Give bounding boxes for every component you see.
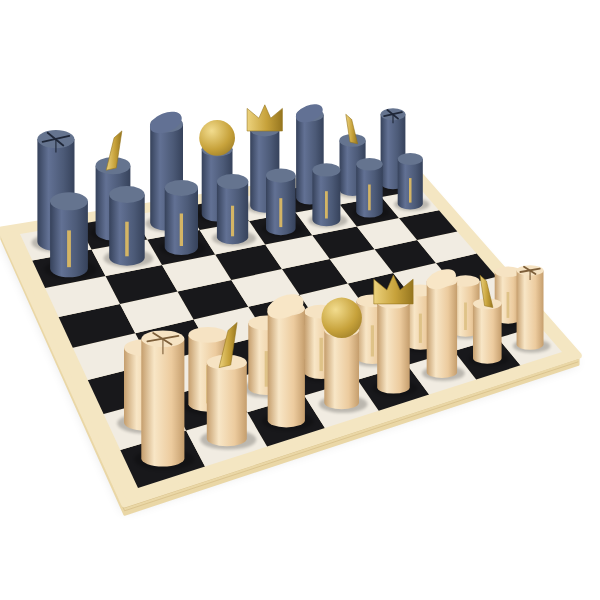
piece-body bbox=[141, 339, 184, 467]
gold-stripe bbox=[231, 206, 234, 237]
king-gold-crown bbox=[247, 105, 282, 131]
piece-top bbox=[312, 163, 340, 176]
piece-top bbox=[109, 186, 144, 203]
piece-body bbox=[517, 270, 544, 349]
gold-stripe bbox=[409, 178, 412, 203]
gold-stripe bbox=[325, 191, 328, 218]
piece-top bbox=[188, 327, 227, 343]
queen-gold-ball bbox=[322, 298, 362, 338]
chessboard-scene bbox=[0, 0, 600, 600]
gold-stripe bbox=[464, 303, 467, 331]
piece-body bbox=[427, 281, 457, 378]
gold-stripe bbox=[368, 185, 371, 211]
piece-top bbox=[398, 153, 423, 165]
piece-top bbox=[50, 192, 88, 210]
piece-body bbox=[207, 362, 247, 446]
piece-body bbox=[268, 309, 305, 428]
piece-top bbox=[217, 174, 248, 189]
gold-stripe bbox=[371, 325, 374, 356]
queen-gold-ball bbox=[199, 120, 235, 156]
gold-stripe bbox=[419, 314, 422, 343]
chess-set-photo bbox=[0, 0, 600, 600]
gold-stripe bbox=[279, 198, 282, 227]
piece-body bbox=[324, 330, 359, 409]
piece-top bbox=[356, 158, 382, 171]
piece-top bbox=[266, 169, 296, 183]
piece-top bbox=[165, 180, 198, 196]
gold-stripe bbox=[67, 230, 71, 267]
gold-stripe bbox=[125, 222, 129, 257]
piece-body bbox=[377, 302, 410, 393]
gold-stripe bbox=[320, 338, 323, 371]
gold-stripe bbox=[180, 214, 183, 247]
piece-body bbox=[473, 304, 502, 364]
gold-stripe bbox=[507, 292, 510, 318]
